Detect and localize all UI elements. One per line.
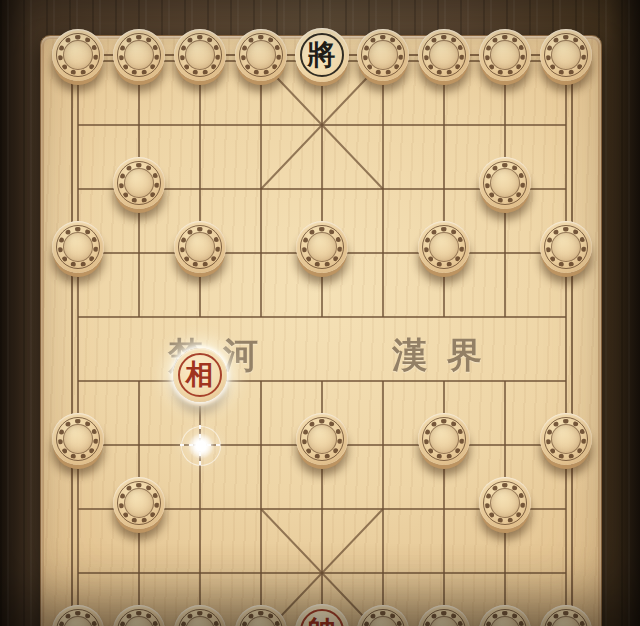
point-0-0[interactable]	[47, 29, 108, 93]
point-1-3[interactable]	[230, 93, 291, 157]
point-5-2[interactable]: 相	[169, 349, 230, 413]
point-4-1[interactable]	[108, 285, 169, 349]
hidden-black-piece[interactable]	[357, 29, 409, 81]
point-5-7[interactable]	[474, 349, 535, 413]
point-9-8[interactable]	[535, 605, 596, 626]
point-6-1[interactable]	[108, 413, 169, 477]
point-7-3[interactable]	[230, 477, 291, 541]
point-8-4[interactable]	[291, 541, 352, 605]
hidden-red-piece[interactable]	[235, 605, 287, 626]
point-0-7[interactable]	[474, 29, 535, 93]
point-2-3[interactable]	[230, 157, 291, 221]
point-4-5[interactable]	[352, 285, 413, 349]
point-6-2[interactable]	[169, 413, 230, 477]
hidden-red-piece[interactable]	[296, 413, 348, 465]
point-3-1[interactable]	[108, 221, 169, 285]
red-elephant-piece[interactable]: 相	[173, 348, 227, 402]
hidden-red-piece[interactable]	[418, 605, 470, 626]
hidden-red-piece[interactable]	[113, 477, 165, 529]
point-2-7[interactable]	[474, 157, 535, 221]
point-6-0[interactable]	[47, 413, 108, 477]
point-7-5[interactable]	[352, 477, 413, 541]
hidden-black-piece[interactable]	[296, 221, 348, 273]
point-9-0[interactable]	[47, 605, 108, 626]
point-7-1[interactable]	[108, 477, 169, 541]
hidden-red-piece[interactable]	[174, 605, 226, 626]
point-5-1[interactable]	[108, 349, 169, 413]
point-0-8[interactable]	[535, 29, 596, 93]
hidden-red-piece[interactable]	[540, 413, 592, 465]
point-6-6[interactable]	[413, 413, 474, 477]
point-0-3[interactable]	[230, 29, 291, 93]
point-9-3[interactable]	[230, 605, 291, 626]
hidden-black-piece[interactable]	[235, 29, 287, 81]
point-5-3[interactable]	[230, 349, 291, 413]
point-4-6[interactable]	[413, 285, 474, 349]
point-1-4[interactable]	[291, 93, 352, 157]
point-7-0[interactable]	[47, 477, 108, 541]
hidden-red-piece[interactable]	[418, 413, 470, 465]
point-8-8[interactable]	[535, 541, 596, 605]
point-6-3[interactable]	[230, 413, 291, 477]
point-6-4[interactable]	[291, 413, 352, 477]
point-1-1[interactable]	[108, 93, 169, 157]
hidden-red-piece[interactable]	[479, 477, 531, 529]
point-5-8[interactable]	[535, 349, 596, 413]
piece-character: 相	[186, 361, 214, 389]
point-9-7[interactable]	[474, 605, 535, 626]
point-3-8[interactable]	[535, 221, 596, 285]
point-2-6[interactable]	[413, 157, 474, 221]
hidden-black-piece[interactable]	[174, 221, 226, 273]
hidden-black-piece[interactable]	[113, 29, 165, 81]
hidden-red-piece[interactable]	[540, 605, 592, 626]
point-1-2[interactable]	[169, 93, 230, 157]
point-3-4[interactable]	[291, 221, 352, 285]
point-1-0[interactable]	[47, 93, 108, 157]
point-3-0[interactable]	[47, 221, 108, 285]
point-1-7[interactable]	[474, 93, 535, 157]
hidden-black-piece[interactable]	[479, 29, 531, 81]
point-2-1[interactable]	[108, 157, 169, 221]
point-9-2[interactable]	[169, 605, 230, 626]
xiangqi-board: 楚河 漢界 將相帥	[40, 35, 602, 626]
hidden-black-piece[interactable]	[174, 29, 226, 81]
point-6-5[interactable]	[352, 413, 413, 477]
points-grid: 將相帥	[47, 29, 596, 626]
piece-character: 將	[308, 41, 336, 69]
point-8-7[interactable]	[474, 541, 535, 605]
point-8-5[interactable]	[352, 541, 413, 605]
point-6-7[interactable]	[474, 413, 535, 477]
black-general-piece[interactable]: 將	[295, 28, 349, 82]
point-2-2[interactable]	[169, 157, 230, 221]
point-0-4[interactable]: 將	[291, 29, 352, 93]
point-3-7[interactable]	[474, 221, 535, 285]
hidden-black-piece[interactable]	[113, 157, 165, 209]
point-7-6[interactable]	[413, 477, 474, 541]
point-5-4[interactable]	[291, 349, 352, 413]
point-1-8[interactable]	[535, 93, 596, 157]
point-1-6[interactable]	[413, 93, 474, 157]
point-9-5[interactable]	[352, 605, 413, 626]
point-9-1[interactable]	[108, 605, 169, 626]
hidden-red-piece[interactable]	[113, 605, 165, 626]
point-8-3[interactable]	[230, 541, 291, 605]
point-7-8[interactable]	[535, 477, 596, 541]
point-4-2[interactable]	[169, 285, 230, 349]
point-7-4[interactable]	[291, 477, 352, 541]
point-5-5[interactable]	[352, 349, 413, 413]
hidden-black-piece[interactable]	[540, 29, 592, 81]
point-0-5[interactable]	[352, 29, 413, 93]
point-4-0[interactable]	[47, 285, 108, 349]
point-0-6[interactable]	[413, 29, 474, 93]
piece-character: 帥	[308, 617, 336, 626]
point-7-2[interactable]	[169, 477, 230, 541]
point-2-0[interactable]	[47, 157, 108, 221]
point-6-8[interactable]	[535, 413, 596, 477]
red-general-piece[interactable]: 帥	[295, 604, 349, 626]
hidden-black-piece[interactable]	[479, 157, 531, 209]
game-screen: 楚河 漢界 將相帥	[0, 0, 640, 626]
hidden-red-piece[interactable]	[357, 605, 409, 626]
point-9-6[interactable]	[413, 605, 474, 626]
point-3-5[interactable]	[352, 221, 413, 285]
point-4-7[interactable]	[474, 285, 535, 349]
move-origin-marker	[181, 426, 221, 466]
hidden-black-piece[interactable]	[418, 29, 470, 81]
hidden-red-piece[interactable]	[52, 413, 104, 465]
point-0-2[interactable]	[169, 29, 230, 93]
point-4-8[interactable]	[535, 285, 596, 349]
point-8-0[interactable]	[47, 541, 108, 605]
point-1-5[interactable]	[352, 93, 413, 157]
hidden-black-piece[interactable]	[52, 29, 104, 81]
point-8-1[interactable]	[108, 541, 169, 605]
point-3-2[interactable]	[169, 221, 230, 285]
point-9-4[interactable]: 帥	[291, 605, 352, 626]
point-4-4[interactable]	[291, 285, 352, 349]
point-0-1[interactable]	[108, 29, 169, 93]
hidden-red-piece[interactable]	[479, 605, 531, 626]
point-4-3[interactable]	[230, 285, 291, 349]
point-3-3[interactable]	[230, 221, 291, 285]
point-2-5[interactable]	[352, 157, 413, 221]
point-7-7[interactable]	[474, 477, 535, 541]
hidden-black-piece[interactable]	[418, 221, 470, 273]
point-2-8[interactable]	[535, 157, 596, 221]
hidden-red-piece[interactable]	[52, 605, 104, 626]
point-3-6[interactable]	[413, 221, 474, 285]
point-2-4[interactable]	[291, 157, 352, 221]
hidden-black-piece[interactable]	[52, 221, 104, 273]
point-5-6[interactable]	[413, 349, 474, 413]
point-8-2[interactable]	[169, 541, 230, 605]
point-8-6[interactable]	[413, 541, 474, 605]
point-5-0[interactable]	[47, 349, 108, 413]
hidden-black-piece[interactable]	[540, 221, 592, 273]
